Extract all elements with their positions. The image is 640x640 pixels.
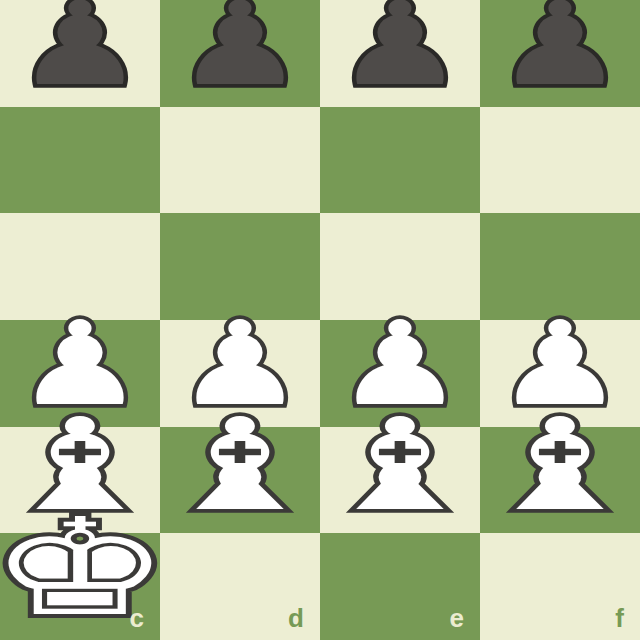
square-e1[interactable]: e [320, 533, 480, 640]
square-d1[interactable]: d [160, 533, 320, 640]
square-f6[interactable]: ♟ [480, 0, 640, 107]
square-d2[interactable]: ♝ [160, 427, 320, 534]
file-label-e: e [450, 603, 464, 634]
chess-board: ♟♟♟♟♟♟♟♟♝♝♝♝♚cdef [0, 0, 640, 640]
black-pawn[interactable]: ♟ [335, 0, 466, 102]
square-c1[interactable]: ♚c [0, 533, 160, 640]
black-pawn[interactable]: ♟ [175, 0, 306, 102]
square-d6[interactable]: ♟ [160, 0, 320, 107]
square-e6[interactable]: ♟ [320, 0, 480, 107]
file-label-c: c [130, 603, 144, 634]
file-label-d: d [288, 603, 304, 634]
white-king[interactable]: ♚ [0, 501, 171, 635]
square-f5[interactable] [480, 107, 640, 214]
white-bishop[interactable]: ♝ [316, 401, 483, 528]
square-c5[interactable] [0, 107, 160, 214]
black-pawn[interactable]: ♟ [495, 0, 626, 102]
square-e2[interactable]: ♝ [320, 427, 480, 534]
file-label-f: f [615, 603, 624, 634]
white-bishop[interactable]: ♝ [156, 401, 323, 528]
square-d5[interactable] [160, 107, 320, 214]
square-f2[interactable]: ♝ [480, 427, 640, 534]
square-c6[interactable]: ♟ [0, 0, 160, 107]
black-pawn[interactable]: ♟ [15, 0, 146, 102]
square-f1[interactable]: f [480, 533, 640, 640]
square-e5[interactable] [320, 107, 480, 214]
white-bishop[interactable]: ♝ [476, 401, 640, 528]
